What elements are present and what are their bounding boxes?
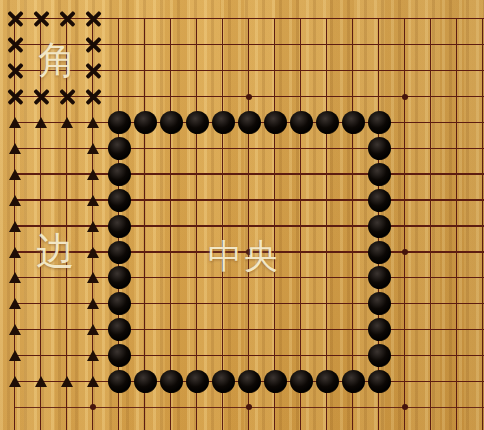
- black-stone[interactable]: [368, 241, 391, 264]
- triangle-mark[interactable]: [87, 247, 99, 258]
- triangle-mark[interactable]: [9, 117, 21, 128]
- black-stone[interactable]: [368, 137, 391, 160]
- triangle-mark[interactable]: [87, 117, 99, 128]
- black-stone[interactable]: [264, 111, 287, 134]
- x-mark[interactable]: [33, 11, 49, 27]
- black-stone[interactable]: [368, 215, 391, 238]
- triangle-mark[interactable]: [87, 169, 99, 180]
- triangle-mark[interactable]: [9, 350, 21, 361]
- triangle-mark[interactable]: [9, 195, 21, 206]
- black-stone[interactable]: [108, 318, 131, 341]
- triangle-mark[interactable]: [9, 143, 21, 154]
- black-stone[interactable]: [108, 370, 131, 393]
- black-stone[interactable]: [134, 111, 157, 134]
- black-stone[interactable]: [108, 215, 131, 238]
- black-stone[interactable]: [238, 111, 261, 134]
- black-stone[interactable]: [368, 266, 391, 289]
- black-stone[interactable]: [368, 318, 391, 341]
- black-stone[interactable]: [212, 111, 235, 134]
- black-stone[interactable]: [108, 137, 131, 160]
- black-stone[interactable]: [290, 370, 313, 393]
- black-stone[interactable]: [316, 370, 339, 393]
- triangle-mark[interactable]: [9, 221, 21, 232]
- black-stone[interactable]: [212, 370, 235, 393]
- black-stone[interactable]: [134, 370, 157, 393]
- x-mark[interactable]: [7, 63, 23, 79]
- triangle-mark[interactable]: [61, 376, 73, 387]
- black-stone[interactable]: [368, 370, 391, 393]
- black-stone[interactable]: [368, 111, 391, 134]
- black-stone[interactable]: [264, 370, 287, 393]
- black-stone[interactable]: [368, 189, 391, 212]
- triangle-mark[interactable]: [61, 117, 73, 128]
- x-mark[interactable]: [7, 89, 23, 105]
- triangle-mark[interactable]: [9, 247, 21, 258]
- triangle-mark[interactable]: [87, 324, 99, 335]
- go-board[interactable]: 角 边 中央: [0, 0, 484, 430]
- black-stone[interactable]: [108, 111, 131, 134]
- black-stone[interactable]: [342, 370, 365, 393]
- triangle-mark[interactable]: [9, 169, 21, 180]
- triangle-mark[interactable]: [87, 350, 99, 361]
- black-stone[interactable]: [342, 111, 365, 134]
- region-label-side: 边: [36, 226, 74, 277]
- x-mark[interactable]: [59, 11, 75, 27]
- black-stone[interactable]: [368, 163, 391, 186]
- triangle-mark[interactable]: [9, 324, 21, 335]
- triangle-mark[interactable]: [9, 376, 21, 387]
- triangle-mark[interactable]: [9, 298, 21, 309]
- triangle-mark[interactable]: [35, 117, 47, 128]
- black-stone[interactable]: [108, 266, 131, 289]
- black-stone[interactable]: [290, 111, 313, 134]
- triangle-mark[interactable]: [87, 298, 99, 309]
- black-stone[interactable]: [368, 344, 391, 367]
- black-stone[interactable]: [108, 163, 131, 186]
- x-mark[interactable]: [33, 89, 49, 105]
- black-stone[interactable]: [316, 111, 339, 134]
- x-mark[interactable]: [85, 11, 101, 27]
- black-stone[interactable]: [160, 111, 183, 134]
- x-mark[interactable]: [85, 63, 101, 79]
- black-stone[interactable]: [108, 189, 131, 212]
- x-mark[interactable]: [7, 37, 23, 53]
- black-stone[interactable]: [160, 370, 183, 393]
- triangle-mark[interactable]: [87, 272, 99, 283]
- triangle-mark[interactable]: [87, 195, 99, 206]
- triangle-mark[interactable]: [87, 143, 99, 154]
- x-mark[interactable]: [85, 37, 101, 53]
- black-stone[interactable]: [368, 292, 391, 315]
- triangle-mark[interactable]: [35, 376, 47, 387]
- black-stone[interactable]: [108, 344, 131, 367]
- black-stone[interactable]: [186, 370, 209, 393]
- black-stone[interactable]: [238, 370, 261, 393]
- region-label-center: 中央: [208, 234, 280, 280]
- x-mark[interactable]: [7, 11, 23, 27]
- region-label-corner: 角: [38, 35, 76, 86]
- x-mark[interactable]: [85, 89, 101, 105]
- black-stone[interactable]: [108, 241, 131, 264]
- triangle-mark[interactable]: [87, 221, 99, 232]
- triangle-mark[interactable]: [9, 272, 21, 283]
- black-stone[interactable]: [108, 292, 131, 315]
- triangle-mark[interactable]: [87, 376, 99, 387]
- x-mark[interactable]: [59, 89, 75, 105]
- black-stone[interactable]: [186, 111, 209, 134]
